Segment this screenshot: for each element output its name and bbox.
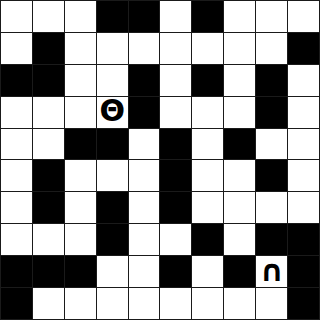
white-cell[interactable] bbox=[1, 33, 32, 64]
white-cell[interactable] bbox=[33, 224, 64, 255]
white-cell[interactable] bbox=[97, 288, 128, 319]
black-cell bbox=[288, 256, 319, 287]
black-cell bbox=[33, 65, 64, 96]
white-cell[interactable] bbox=[256, 33, 287, 64]
black-cell bbox=[224, 129, 255, 160]
white-cell[interactable] bbox=[33, 97, 64, 128]
white-cell[interactable] bbox=[65, 224, 96, 255]
black-cell bbox=[256, 160, 287, 191]
white-cell[interactable] bbox=[97, 160, 128, 191]
white-cell[interactable] bbox=[65, 192, 96, 223]
white-cell[interactable] bbox=[288, 65, 319, 96]
white-cell[interactable] bbox=[33, 1, 64, 32]
white-cell[interactable] bbox=[224, 224, 255, 255]
black-cell bbox=[224, 256, 255, 287]
white-cell[interactable] bbox=[97, 33, 128, 64]
black-cell bbox=[33, 256, 64, 287]
black-cell bbox=[160, 129, 191, 160]
white-cell[interactable] bbox=[129, 224, 160, 255]
white-cell[interactable] bbox=[129, 129, 160, 160]
white-cell[interactable] bbox=[129, 33, 160, 64]
black-cell bbox=[192, 1, 223, 32]
white-cell[interactable] bbox=[192, 160, 223, 191]
black-cell bbox=[129, 65, 160, 96]
white-cell[interactable] bbox=[288, 129, 319, 160]
white-cell[interactable] bbox=[160, 33, 191, 64]
black-cell bbox=[256, 65, 287, 96]
white-cell[interactable] bbox=[65, 1, 96, 32]
white-cell[interactable] bbox=[160, 288, 191, 319]
black-cell bbox=[33, 33, 64, 64]
white-cell[interactable] bbox=[129, 288, 160, 319]
white-cell[interactable] bbox=[97, 65, 128, 96]
black-cell bbox=[129, 97, 160, 128]
white-cell[interactable] bbox=[65, 65, 96, 96]
white-cell[interactable] bbox=[224, 192, 255, 223]
white-cell[interactable] bbox=[224, 1, 255, 32]
white-cell[interactable] bbox=[129, 192, 160, 223]
black-cell bbox=[288, 224, 319, 255]
intersection-cap-symbol: ∩ bbox=[259, 256, 283, 285]
black-cell bbox=[97, 224, 128, 255]
black-cell bbox=[192, 65, 223, 96]
black-cell bbox=[288, 33, 319, 64]
white-cell[interactable] bbox=[192, 192, 223, 223]
black-cell bbox=[288, 288, 319, 319]
white-cell[interactable] bbox=[1, 97, 32, 128]
white-cell[interactable] bbox=[192, 129, 223, 160]
white-cell[interactable] bbox=[65, 97, 96, 128]
white-cell[interactable] bbox=[192, 256, 223, 287]
white-cell[interactable] bbox=[288, 97, 319, 128]
black-cell bbox=[192, 224, 223, 255]
white-cell[interactable] bbox=[33, 129, 64, 160]
white-cell[interactable] bbox=[1, 160, 32, 191]
black-cell bbox=[33, 192, 64, 223]
white-cell[interactable] bbox=[1, 192, 32, 223]
white-cell[interactable] bbox=[224, 97, 255, 128]
white-cell[interactable] bbox=[129, 160, 160, 191]
white-cell[interactable] bbox=[160, 1, 191, 32]
white-cell[interactable] bbox=[160, 97, 191, 128]
white-cell[interactable] bbox=[33, 288, 64, 319]
puzzle-grid: Θ∩ bbox=[0, 0, 320, 320]
white-cell[interactable] bbox=[224, 160, 255, 191]
white-cell[interactable] bbox=[192, 97, 223, 128]
white-cell[interactable] bbox=[192, 288, 223, 319]
white-cell[interactable] bbox=[256, 129, 287, 160]
white-cell[interactable] bbox=[65, 160, 96, 191]
black-cell bbox=[1, 288, 32, 319]
black-cell bbox=[65, 256, 96, 287]
black-cell bbox=[97, 1, 128, 32]
white-cell[interactable] bbox=[256, 1, 287, 32]
white-cell[interactable] bbox=[256, 288, 287, 319]
black-cell bbox=[97, 192, 128, 223]
black-cell bbox=[65, 129, 96, 160]
theta-symbol: Θ bbox=[99, 97, 125, 126]
white-cell[interactable] bbox=[129, 256, 160, 287]
white-cell[interactable] bbox=[97, 256, 128, 287]
black-cell bbox=[33, 160, 64, 191]
black-cell bbox=[160, 192, 191, 223]
white-cell[interactable] bbox=[224, 33, 255, 64]
white-cell[interactable] bbox=[288, 160, 319, 191]
black-cell bbox=[1, 65, 32, 96]
white-cell[interactable] bbox=[192, 33, 223, 64]
white-cell[interactable] bbox=[65, 33, 96, 64]
black-cell bbox=[256, 97, 287, 128]
white-cell[interactable] bbox=[224, 288, 255, 319]
black-cell bbox=[256, 224, 287, 255]
white-cell[interactable] bbox=[1, 129, 32, 160]
black-cell bbox=[160, 256, 191, 287]
black-cell bbox=[129, 1, 160, 32]
black-cell bbox=[97, 129, 128, 160]
white-cell[interactable] bbox=[160, 224, 191, 255]
white-cell[interactable] bbox=[256, 192, 287, 223]
white-cell[interactable] bbox=[160, 65, 191, 96]
white-cell[interactable] bbox=[65, 288, 96, 319]
white-cell[interactable]: Θ bbox=[97, 97, 128, 128]
white-cell[interactable] bbox=[288, 192, 319, 223]
white-cell[interactable] bbox=[288, 1, 319, 32]
black-cell bbox=[1, 256, 32, 287]
black-cell bbox=[160, 160, 191, 191]
white-cell[interactable]: ∩ bbox=[256, 256, 287, 287]
white-cell[interactable] bbox=[1, 1, 32, 32]
white-cell[interactable] bbox=[1, 224, 32, 255]
white-cell[interactable] bbox=[224, 65, 255, 96]
